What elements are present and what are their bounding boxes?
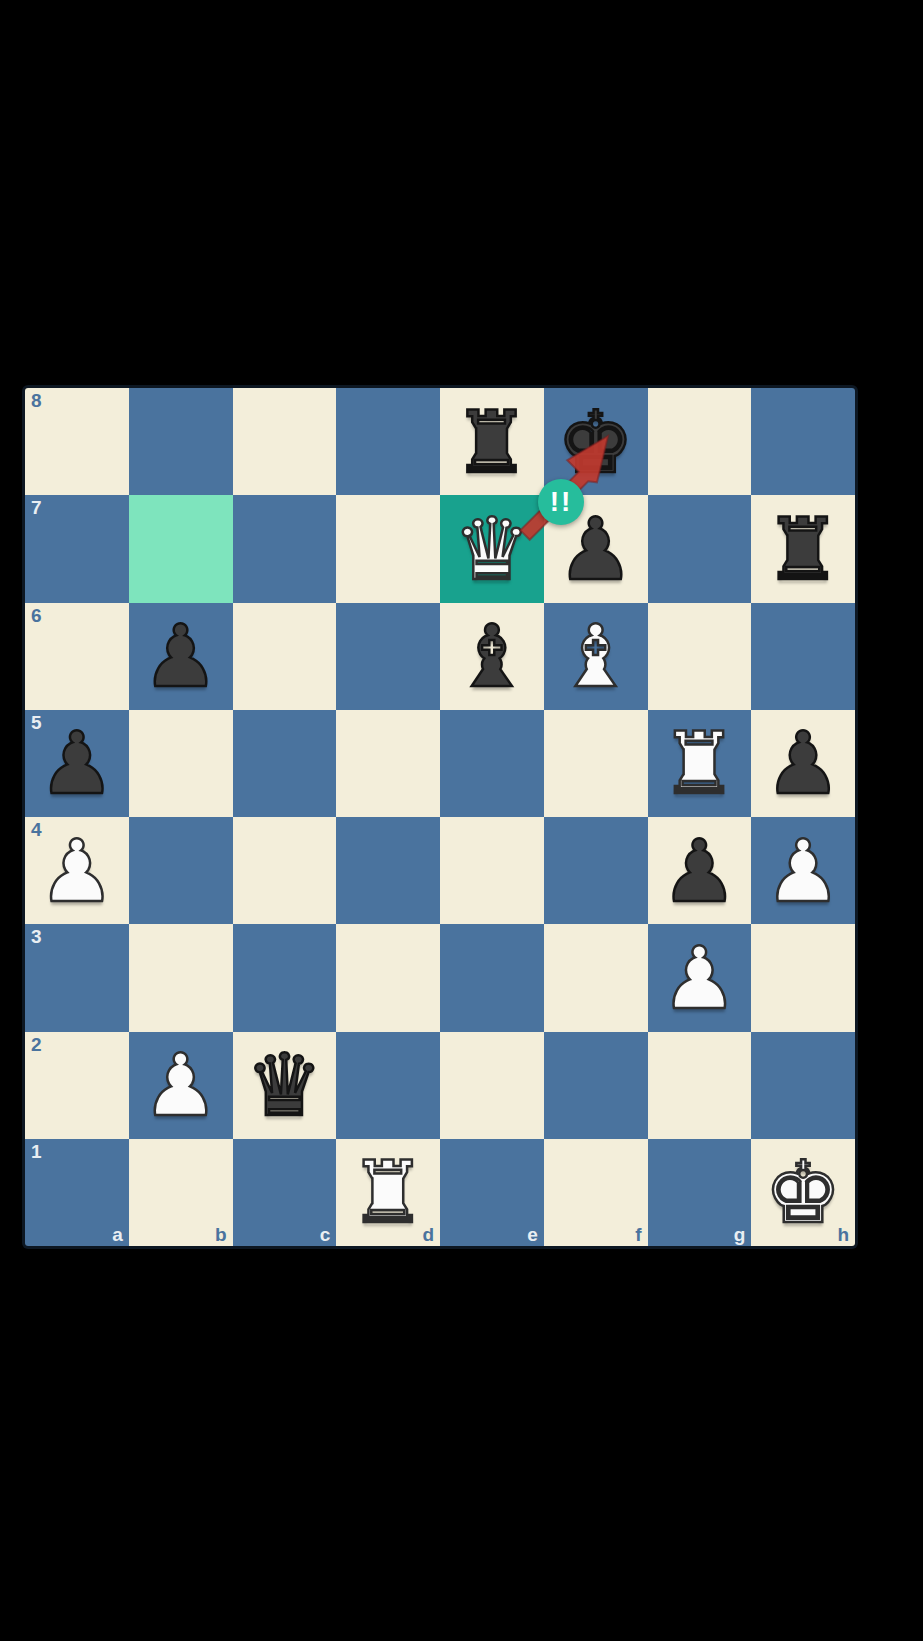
file-label-f: f: [635, 1225, 641, 1244]
square-e6[interactable]: ♝: [440, 603, 544, 710]
square-a8[interactable]: 8: [25, 388, 129, 495]
square-b3[interactable]: [129, 924, 233, 1031]
square-h7[interactable]: ♜: [751, 495, 855, 602]
piece-black-pawn-h5[interactable]: ♟: [751, 710, 855, 817]
piece-white-rook-d1[interactable]: ♜: [336, 1139, 440, 1246]
square-e4[interactable]: [440, 817, 544, 924]
square-g5[interactable]: ♜: [648, 710, 752, 817]
rank-label-3: 3: [31, 927, 42, 946]
file-label-b: b: [215, 1225, 227, 1244]
square-g6[interactable]: [648, 603, 752, 710]
square-d7[interactable]: [336, 495, 440, 602]
square-b8[interactable]: [129, 388, 233, 495]
square-e3[interactable]: [440, 924, 544, 1031]
square-c8[interactable]: [233, 388, 337, 495]
file-label-a: a: [112, 1225, 123, 1244]
square-g1[interactable]: g: [648, 1139, 752, 1246]
piece-black-rook-h7[interactable]: ♜: [751, 495, 855, 602]
chess-board: 8♜♚7♛♟♜6♟♝♝5♟♜♟4♟♟♟3♟2♟♛1abcd♜efgh♚ !!: [25, 388, 855, 1246]
piece-white-queen-e7[interactable]: ♛: [440, 495, 544, 602]
square-c4[interactable]: [233, 817, 337, 924]
square-c7[interactable]: [233, 495, 337, 602]
square-h4[interactable]: ♟: [751, 817, 855, 924]
square-h3[interactable]: [751, 924, 855, 1031]
piece-white-pawn-h4[interactable]: ♟: [751, 817, 855, 924]
piece-black-rook-e8[interactable]: ♜: [440, 388, 544, 495]
square-d6[interactable]: [336, 603, 440, 710]
square-g8[interactable]: [648, 388, 752, 495]
square-f4[interactable]: [544, 817, 648, 924]
piece-black-pawn-a5[interactable]: ♟: [25, 710, 129, 817]
square-c1[interactable]: c: [233, 1139, 337, 1246]
square-a5[interactable]: 5♟: [25, 710, 129, 817]
square-h6[interactable]: [751, 603, 855, 710]
square-b4[interactable]: [129, 817, 233, 924]
square-e8[interactable]: ♜: [440, 388, 544, 495]
square-c6[interactable]: [233, 603, 337, 710]
square-d1[interactable]: d♜: [336, 1139, 440, 1246]
square-e7[interactable]: ♛: [440, 495, 544, 602]
file-label-e: e: [527, 1225, 538, 1244]
square-g2[interactable]: [648, 1032, 752, 1139]
square-a2[interactable]: 2: [25, 1032, 129, 1139]
square-g4[interactable]: ♟: [648, 817, 752, 924]
square-h5[interactable]: ♟: [751, 710, 855, 817]
square-d4[interactable]: [336, 817, 440, 924]
piece-white-pawn-a4[interactable]: ♟: [25, 817, 129, 924]
square-c5[interactable]: [233, 710, 337, 817]
piece-white-rook-g5[interactable]: ♜: [648, 710, 752, 817]
square-b1[interactable]: b: [129, 1139, 233, 1246]
square-c2[interactable]: ♛: [233, 1032, 337, 1139]
square-a3[interactable]: 3: [25, 924, 129, 1031]
square-d2[interactable]: [336, 1032, 440, 1139]
piece-white-king-h1[interactable]: ♚: [751, 1139, 855, 1246]
file-label-g: g: [734, 1225, 746, 1244]
square-e5[interactable]: [440, 710, 544, 817]
square-e2[interactable]: [440, 1032, 544, 1139]
square-g7[interactable]: [648, 495, 752, 602]
piece-white-pawn-b2[interactable]: ♟: [129, 1032, 233, 1139]
square-a7[interactable]: 7: [25, 495, 129, 602]
square-h8[interactable]: [751, 388, 855, 495]
rank-label-1: 1: [31, 1142, 42, 1161]
square-f5[interactable]: [544, 710, 648, 817]
piece-black-pawn-b6[interactable]: ♟: [129, 603, 233, 710]
square-e1[interactable]: e: [440, 1139, 544, 1246]
square-f6[interactable]: ♝: [544, 603, 648, 710]
piece-black-pawn-g4[interactable]: ♟: [648, 817, 752, 924]
rank-label-7: 7: [31, 498, 42, 517]
square-d8[interactable]: [336, 388, 440, 495]
square-f1[interactable]: f: [544, 1139, 648, 1246]
rank-label-2: 2: [31, 1035, 42, 1054]
square-f2[interactable]: [544, 1032, 648, 1139]
square-h2[interactable]: [751, 1032, 855, 1139]
brilliant-move-badge: !!: [538, 479, 584, 525]
square-a1[interactable]: 1a: [25, 1139, 129, 1246]
square-d3[interactable]: [336, 924, 440, 1031]
square-b7[interactable]: [129, 495, 233, 602]
app-background: 8♜♚7♛♟♜6♟♝♝5♟♜♟4♟♟♟3♟2♟♛1abcd♜efgh♚ !!: [0, 0, 923, 1641]
piece-black-bishop-e6[interactable]: ♝: [440, 603, 544, 710]
rank-label-6: 6: [31, 606, 42, 625]
piece-white-pawn-g3[interactable]: ♟: [648, 924, 752, 1031]
square-d5[interactable]: [336, 710, 440, 817]
board-squares: 8♜♚7♛♟♜6♟♝♝5♟♜♟4♟♟♟3♟2♟♛1abcd♜efgh♚: [25, 388, 855, 1246]
rank-label-8: 8: [31, 391, 42, 410]
square-b5[interactable]: [129, 710, 233, 817]
square-h1[interactable]: h♚: [751, 1139, 855, 1246]
square-b6[interactable]: ♟: [129, 603, 233, 710]
square-g3[interactable]: ♟: [648, 924, 752, 1031]
square-a4[interactable]: 4♟: [25, 817, 129, 924]
square-b2[interactable]: ♟: [129, 1032, 233, 1139]
piece-white-bishop-f6[interactable]: ♝: [544, 603, 648, 710]
square-a6[interactable]: 6: [25, 603, 129, 710]
square-f3[interactable]: [544, 924, 648, 1031]
piece-black-queen-c2[interactable]: ♛: [233, 1032, 337, 1139]
square-c3[interactable]: [233, 924, 337, 1031]
file-label-c: c: [320, 1225, 331, 1244]
